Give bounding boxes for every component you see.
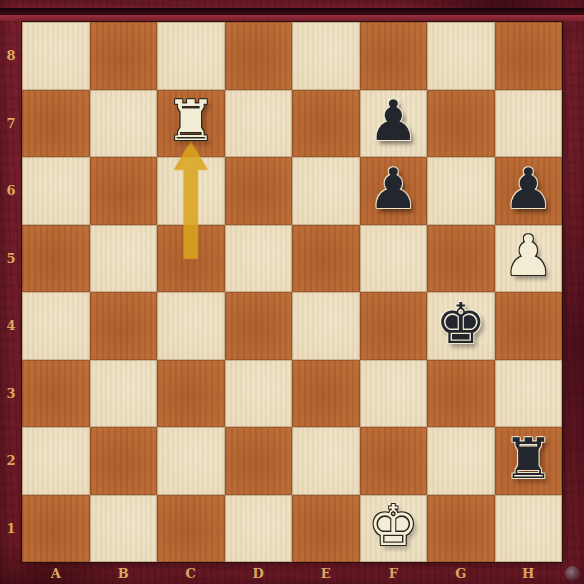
square-f2[interactable] bbox=[360, 427, 428, 495]
square-g2[interactable] bbox=[427, 427, 495, 495]
piece-black-king-g4[interactable]: ♚ bbox=[436, 296, 486, 352]
piece-white-rook-c7[interactable]: ♜ bbox=[166, 93, 216, 149]
square-a8[interactable] bbox=[22, 22, 90, 90]
square-c2[interactable] bbox=[157, 427, 225, 495]
rank-label-5: 5 bbox=[0, 225, 22, 293]
square-f3[interactable] bbox=[360, 360, 428, 428]
piece-black-pawn-f6[interactable]: ♟ bbox=[368, 161, 418, 217]
chess-board: ♜♟♟♟♟♚♜♚ bbox=[22, 22, 562, 562]
rank-label-3: 3 bbox=[0, 360, 22, 428]
rank-label-2: 2 bbox=[0, 427, 22, 495]
rank-label-7: 7 bbox=[0, 90, 22, 158]
square-a3[interactable] bbox=[22, 360, 90, 428]
square-e5[interactable] bbox=[292, 225, 360, 293]
file-label-e: E bbox=[292, 562, 360, 584]
square-b1[interactable] bbox=[90, 495, 158, 563]
file-label-d: D bbox=[225, 562, 293, 584]
square-c3[interactable] bbox=[157, 360, 225, 428]
square-e6[interactable] bbox=[292, 157, 360, 225]
square-d2[interactable] bbox=[225, 427, 293, 495]
rank-label-1: 1 bbox=[0, 495, 22, 563]
square-c7[interactable]: ♜ bbox=[157, 90, 225, 158]
square-h3[interactable] bbox=[495, 360, 563, 428]
square-e8[interactable] bbox=[292, 22, 360, 90]
file-label-c: C bbox=[157, 562, 225, 584]
square-d6[interactable] bbox=[225, 157, 293, 225]
square-a2[interactable] bbox=[22, 427, 90, 495]
square-g4[interactable]: ♚ bbox=[427, 292, 495, 360]
square-f7[interactable]: ♟ bbox=[360, 90, 428, 158]
square-b3[interactable] bbox=[90, 360, 158, 428]
watermark-dot bbox=[565, 566, 580, 581]
square-d5[interactable] bbox=[225, 225, 293, 293]
square-a7[interactable] bbox=[22, 90, 90, 158]
square-e1[interactable] bbox=[292, 495, 360, 563]
square-d3[interactable] bbox=[225, 360, 293, 428]
square-c6[interactable] bbox=[157, 157, 225, 225]
piece-black-pawn-f7[interactable]: ♟ bbox=[368, 93, 418, 149]
rank-label-8: 8 bbox=[0, 22, 22, 90]
square-e3[interactable] bbox=[292, 360, 360, 428]
file-labels: ABCDEFGH bbox=[22, 562, 562, 584]
file-label-g: G bbox=[427, 562, 495, 584]
file-label-b: B bbox=[90, 562, 158, 584]
piece-black-rook-h2[interactable]: ♜ bbox=[503, 431, 553, 487]
square-g6[interactable] bbox=[427, 157, 495, 225]
square-b4[interactable] bbox=[90, 292, 158, 360]
square-b7[interactable] bbox=[90, 90, 158, 158]
square-e7[interactable] bbox=[292, 90, 360, 158]
frame-groove bbox=[0, 8, 584, 15]
square-d7[interactable] bbox=[225, 90, 293, 158]
square-f5[interactable] bbox=[360, 225, 428, 293]
square-b8[interactable] bbox=[90, 22, 158, 90]
piece-white-king-f1[interactable]: ♚ bbox=[368, 498, 418, 554]
rank-labels: 87654321 bbox=[0, 22, 22, 562]
square-h6[interactable]: ♟ bbox=[495, 157, 563, 225]
square-e4[interactable] bbox=[292, 292, 360, 360]
square-c4[interactable] bbox=[157, 292, 225, 360]
square-h1[interactable] bbox=[495, 495, 563, 563]
square-e2[interactable] bbox=[292, 427, 360, 495]
file-label-h: H bbox=[495, 562, 563, 584]
file-label-a: A bbox=[22, 562, 90, 584]
frame-groove-highlight bbox=[0, 15, 584, 21]
rank-label-6: 6 bbox=[0, 157, 22, 225]
square-f8[interactable] bbox=[360, 22, 428, 90]
square-h2[interactable]: ♜ bbox=[495, 427, 563, 495]
square-f1[interactable]: ♚ bbox=[360, 495, 428, 563]
square-d4[interactable] bbox=[225, 292, 293, 360]
square-g5[interactable] bbox=[427, 225, 495, 293]
square-a1[interactable] bbox=[22, 495, 90, 563]
square-h8[interactable] bbox=[495, 22, 563, 90]
square-h7[interactable] bbox=[495, 90, 563, 158]
square-g7[interactable] bbox=[427, 90, 495, 158]
square-d1[interactable] bbox=[225, 495, 293, 563]
square-g8[interactable] bbox=[427, 22, 495, 90]
square-f6[interactable]: ♟ bbox=[360, 157, 428, 225]
square-d8[interactable] bbox=[225, 22, 293, 90]
square-a5[interactable] bbox=[22, 225, 90, 293]
piece-white-pawn-h5[interactable]: ♟ bbox=[503, 228, 553, 284]
square-f4[interactable] bbox=[360, 292, 428, 360]
square-h5[interactable]: ♟ bbox=[495, 225, 563, 293]
square-g3[interactable] bbox=[427, 360, 495, 428]
board-frame: 87654321 ABCDEFGH ♜♟♟♟♟♚♜♚ bbox=[0, 0, 584, 584]
square-a6[interactable] bbox=[22, 157, 90, 225]
square-g1[interactable] bbox=[427, 495, 495, 563]
piece-black-pawn-h6[interactable]: ♟ bbox=[503, 161, 553, 217]
square-c5[interactable] bbox=[157, 225, 225, 293]
file-label-f: F bbox=[360, 562, 428, 584]
square-a4[interactable] bbox=[22, 292, 90, 360]
square-c1[interactable] bbox=[157, 495, 225, 563]
square-b5[interactable] bbox=[90, 225, 158, 293]
square-b2[interactable] bbox=[90, 427, 158, 495]
square-c8[interactable] bbox=[157, 22, 225, 90]
rank-label-4: 4 bbox=[0, 292, 22, 360]
square-h4[interactable] bbox=[495, 292, 563, 360]
square-b6[interactable] bbox=[90, 157, 158, 225]
